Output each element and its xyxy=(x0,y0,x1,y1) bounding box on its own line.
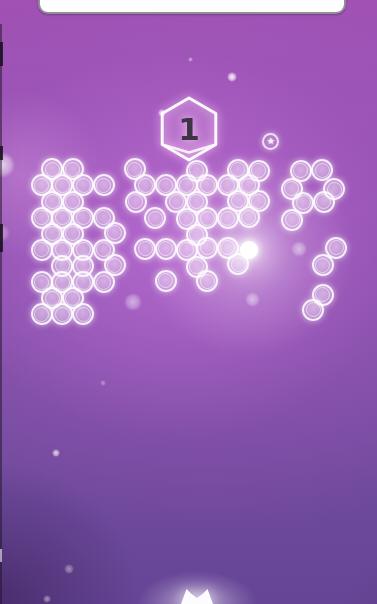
bubble xyxy=(31,239,53,261)
bubble xyxy=(72,303,94,325)
bokeh-dot xyxy=(124,293,142,311)
screen-edge-artifact xyxy=(0,42,3,66)
bokeh-dot xyxy=(245,292,260,307)
screen-edge-artifact xyxy=(0,146,3,160)
bubble xyxy=(217,207,239,229)
screen-edge-artifact xyxy=(0,549,2,562)
launcher[interactable] xyxy=(167,584,227,604)
bubble xyxy=(196,270,218,292)
bubble xyxy=(51,303,73,325)
star-icon: ★ xyxy=(267,137,275,146)
launcher-shape xyxy=(181,589,213,604)
bubble xyxy=(144,207,166,229)
bubble xyxy=(93,271,115,293)
bubble xyxy=(93,174,115,196)
active-ball xyxy=(240,241,258,259)
bokeh-dot xyxy=(64,564,74,574)
hexagon-hit-count: 1 xyxy=(178,111,200,147)
bubble xyxy=(312,254,334,276)
bubble xyxy=(125,191,147,213)
bubble xyxy=(196,237,218,259)
bubble xyxy=(302,299,324,321)
bubble xyxy=(155,270,177,292)
bokeh-dot xyxy=(52,449,60,457)
bubble xyxy=(248,160,270,182)
screen-edge-artifact xyxy=(0,224,3,252)
game-screen: 1 ★ xyxy=(0,0,377,604)
screen-edge-artifact xyxy=(0,24,2,604)
bubble xyxy=(281,209,303,231)
bubble xyxy=(134,238,156,260)
bokeh-dot xyxy=(43,595,51,603)
bokeh-dot xyxy=(227,72,237,82)
top-banner-ad[interactable] xyxy=(38,0,346,14)
bubble xyxy=(31,303,53,325)
bubble xyxy=(155,238,177,260)
level-hexagon-brick: 1 xyxy=(151,89,227,169)
bokeh-dot xyxy=(291,241,307,257)
star-token: ★ xyxy=(262,133,279,150)
bokeh-dot xyxy=(100,380,106,386)
bubble xyxy=(313,191,335,213)
bokeh-dot xyxy=(188,57,193,62)
bubble xyxy=(238,206,260,228)
